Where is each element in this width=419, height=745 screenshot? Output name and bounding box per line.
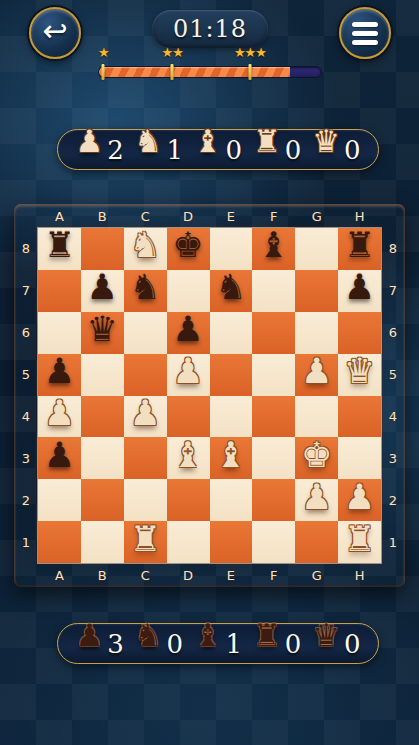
coord-label: 7 xyxy=(14,270,38,312)
progress-tick xyxy=(248,64,251,80)
tray-group-bishop: ♝0 xyxy=(194,135,242,165)
tray-piece-white-pawn: ♟ xyxy=(75,126,103,157)
piece-black-bishop: ♝ xyxy=(258,228,289,263)
square-d3[interactable]: ♝ xyxy=(167,437,210,479)
square-c3[interactable] xyxy=(124,437,167,479)
coord-label: C xyxy=(124,563,167,587)
coord-label: G xyxy=(295,204,338,228)
tray-piece-black-pawn: ♟ xyxy=(75,620,103,651)
square-f5[interactable] xyxy=(252,354,295,396)
square-b3[interactable] xyxy=(81,437,124,479)
file-labels-top: ABCDEFGH xyxy=(38,204,381,228)
square-f3[interactable] xyxy=(252,437,295,479)
square-e1[interactable] xyxy=(210,521,253,563)
square-g3[interactable]: ♚ xyxy=(295,437,338,479)
tray-count-bishop: 0 xyxy=(226,135,243,165)
piece-white-bishop: ♝ xyxy=(172,438,203,473)
square-c6[interactable] xyxy=(124,312,167,354)
square-a6[interactable] xyxy=(38,312,81,354)
coord-label: C xyxy=(124,204,167,228)
file-labels-bottom: ABCDEFGH xyxy=(38,563,381,587)
coord-label: 5 xyxy=(381,354,405,396)
square-b6[interactable]: ♛ xyxy=(81,312,124,354)
capture-tray-white: ♟2♞1♝0♜0♛0 xyxy=(57,129,379,170)
tray-group-knight: ♞1 xyxy=(135,135,183,165)
tray-piece-white-knight: ♞ xyxy=(135,126,163,157)
tray-group-rook: ♜0 xyxy=(253,135,301,165)
piece-white-rook: ♜ xyxy=(129,522,160,557)
square-h2[interactable]: ♟ xyxy=(338,479,381,521)
coord-label: 8 xyxy=(14,228,38,270)
coord-label: 3 xyxy=(381,437,405,479)
rank-labels-left: 87654321 xyxy=(14,228,38,563)
square-g6[interactable] xyxy=(295,312,338,354)
square-a8[interactable]: ♜ xyxy=(38,228,81,270)
tray-piece-black-bishop: ♝ xyxy=(194,620,222,651)
tray-group-queen: ♛0 xyxy=(312,629,360,659)
tray-piece-black-queen: ♛ xyxy=(312,620,340,651)
piece-black-queen: ♛ xyxy=(87,312,118,347)
progress-track xyxy=(99,67,321,77)
coord-label: 2 xyxy=(381,479,405,521)
tray-piece-white-rook: ♜ xyxy=(253,126,281,157)
square-a3[interactable]: ♟ xyxy=(38,437,81,479)
tray-count-knight: 1 xyxy=(166,135,183,165)
tray-group-queen: ♛0 xyxy=(312,135,360,165)
square-a4[interactable]: ♟ xyxy=(38,396,81,438)
square-d6[interactable]: ♟ xyxy=(167,312,210,354)
square-e5[interactable] xyxy=(210,354,253,396)
square-d5[interactable]: ♟ xyxy=(167,354,210,396)
square-e7[interactable]: ♞ xyxy=(210,270,253,312)
tray-count-pawn: 3 xyxy=(107,629,124,659)
piece-white-pawn: ♟ xyxy=(301,354,332,389)
tray-count-queen: 0 xyxy=(344,629,361,659)
piece-black-rook: ♜ xyxy=(344,228,375,263)
square-h3[interactable] xyxy=(338,437,381,479)
tray-piece-black-rook: ♜ xyxy=(253,620,281,651)
coord-label: 2 xyxy=(14,479,38,521)
progress-fill xyxy=(99,67,290,77)
square-h7[interactable]: ♟ xyxy=(338,270,381,312)
square-b4[interactable] xyxy=(81,396,124,438)
square-f4[interactable] xyxy=(252,396,295,438)
square-d4[interactable] xyxy=(167,396,210,438)
square-f7[interactable] xyxy=(252,270,295,312)
coord-label: E xyxy=(210,563,253,587)
piece-black-pawn: ♟ xyxy=(87,270,118,305)
app-screen: ↩ 01:18 ★★★★★★ ♟2♞1♝0♜0♛0 ABCDEFGH ABCDE… xyxy=(0,0,419,745)
square-h8[interactable]: ♜ xyxy=(338,228,381,270)
piece-white-bishop: ♝ xyxy=(215,438,246,473)
tray-piece-white-queen: ♛ xyxy=(312,126,340,157)
tray-group-pawn: ♟3 xyxy=(75,629,123,659)
coord-label: 1 xyxy=(381,521,405,563)
square-b5[interactable] xyxy=(81,354,124,396)
square-d1[interactable] xyxy=(167,521,210,563)
square-f8[interactable]: ♝ xyxy=(252,228,295,270)
square-h1[interactable]: ♜ xyxy=(338,521,381,563)
coord-label: 6 xyxy=(14,312,38,354)
capture-tray-black: ♟3♞0♝1♜0♛0 xyxy=(57,623,379,664)
coord-label: A xyxy=(38,563,81,587)
coord-label: 4 xyxy=(381,396,405,438)
piece-white-pawn: ♟ xyxy=(129,396,160,431)
timer: 01:18 xyxy=(152,10,268,48)
piece-white-king: ♚ xyxy=(301,438,332,473)
hamburger-icon xyxy=(352,22,378,45)
back-arrow-icon: ↩ xyxy=(42,16,67,46)
square-e4[interactable] xyxy=(210,396,253,438)
piece-black-pawn: ♟ xyxy=(344,270,375,305)
square-c8[interactable]: ♞ xyxy=(124,228,167,270)
coord-label: 5 xyxy=(14,354,38,396)
coord-label: 3 xyxy=(14,437,38,479)
square-h4[interactable] xyxy=(338,396,381,438)
square-h6[interactable] xyxy=(338,312,381,354)
back-button[interactable]: ↩ xyxy=(29,7,81,59)
square-a7[interactable] xyxy=(38,270,81,312)
tray-group-knight: ♞0 xyxy=(135,629,183,659)
square-g4[interactable] xyxy=(295,396,338,438)
square-g5[interactable]: ♟ xyxy=(295,354,338,396)
star-milestone-1: ★ xyxy=(98,45,109,60)
square-e6[interactable] xyxy=(210,312,253,354)
piece-white-pawn: ♟ xyxy=(344,480,375,515)
square-d2[interactable] xyxy=(167,479,210,521)
coord-label: B xyxy=(81,204,124,228)
timer-value: 01:18 xyxy=(173,15,247,43)
square-f1[interactable] xyxy=(252,521,295,563)
square-g1[interactable] xyxy=(295,521,338,563)
progress-tick xyxy=(102,64,105,80)
piece-white-pawn: ♟ xyxy=(301,480,332,515)
tray-group-rook: ♜0 xyxy=(253,629,301,659)
piece-black-pawn: ♟ xyxy=(44,438,75,473)
star-milestone-3: ★★★ xyxy=(234,45,266,60)
piece-black-pawn: ♟ xyxy=(172,312,203,347)
square-g7[interactable] xyxy=(295,270,338,312)
tray-count-queen: 0 xyxy=(344,135,361,165)
square-d7[interactable] xyxy=(167,270,210,312)
piece-black-knight: ♞ xyxy=(129,270,160,305)
square-f6[interactable] xyxy=(252,312,295,354)
tray-piece-white-bishop: ♝ xyxy=(194,126,222,157)
square-c1[interactable]: ♜ xyxy=(124,521,167,563)
square-b1[interactable] xyxy=(81,521,124,563)
coord-label: D xyxy=(167,204,210,228)
square-e3[interactable]: ♝ xyxy=(210,437,253,479)
tray-count-pawn: 2 xyxy=(107,135,124,165)
piece-black-rook: ♜ xyxy=(44,228,75,263)
tray-group-bishop: ♝1 xyxy=(194,629,242,659)
progress-bar: ★★★★★★ xyxy=(99,49,321,79)
square-g8[interactable] xyxy=(295,228,338,270)
star-milestone-2: ★★ xyxy=(162,45,183,60)
square-f2[interactable] xyxy=(252,479,295,521)
board-squares: ♜♞♚♝♜♟♞♞♟♛♟♟♟♟♛♟♟♟♝♝♚♟♟♜♜ xyxy=(38,228,381,563)
piece-white-knight: ♞ xyxy=(129,228,160,263)
piece-white-queen: ♛ xyxy=(344,354,375,389)
coord-label: A xyxy=(38,204,81,228)
progress-tick xyxy=(171,64,174,80)
square-b7[interactable]: ♟ xyxy=(81,270,124,312)
piece-black-pawn: ♟ xyxy=(44,354,75,389)
square-a2[interactable] xyxy=(38,479,81,521)
square-a1[interactable] xyxy=(38,521,81,563)
coord-label: 1 xyxy=(14,521,38,563)
coord-label: 6 xyxy=(381,312,405,354)
coord-label: 7 xyxy=(381,270,405,312)
coord-label: F xyxy=(252,563,295,587)
square-d8[interactable]: ♚ xyxy=(167,228,210,270)
square-g2[interactable]: ♟ xyxy=(295,479,338,521)
menu-button[interactable] xyxy=(339,7,391,59)
coord-label: E xyxy=(210,204,253,228)
square-e2[interactable] xyxy=(210,479,253,521)
tray-count-rook: 0 xyxy=(285,629,302,659)
tray-count-rook: 0 xyxy=(285,135,302,165)
coord-label: B xyxy=(81,563,124,587)
square-c4[interactable]: ♟ xyxy=(124,396,167,438)
piece-white-rook: ♜ xyxy=(344,522,375,557)
tray-piece-black-knight: ♞ xyxy=(135,620,163,651)
square-c2[interactable] xyxy=(124,479,167,521)
coord-label: 8 xyxy=(381,228,405,270)
piece-black-knight: ♞ xyxy=(215,270,246,305)
square-b2[interactable] xyxy=(81,479,124,521)
tray-count-knight: 0 xyxy=(166,629,183,659)
coord-label: D xyxy=(167,563,210,587)
piece-black-king: ♚ xyxy=(172,228,203,263)
coord-label: H xyxy=(338,563,381,587)
coord-label: 4 xyxy=(14,396,38,438)
square-b8[interactable] xyxy=(81,228,124,270)
coord-label: G xyxy=(295,563,338,587)
tray-group-pawn: ♟2 xyxy=(75,135,123,165)
square-c7[interactable]: ♞ xyxy=(124,270,167,312)
piece-white-pawn: ♟ xyxy=(172,354,203,389)
coord-label: H xyxy=(338,204,381,228)
square-c5[interactable] xyxy=(124,354,167,396)
tray-count-bishop: 1 xyxy=(226,629,243,659)
square-e8[interactable] xyxy=(210,228,253,270)
square-h5[interactable]: ♛ xyxy=(338,354,381,396)
piece-white-pawn: ♟ xyxy=(44,396,75,431)
square-a5[interactable]: ♟ xyxy=(38,354,81,396)
coord-label: F xyxy=(252,204,295,228)
chess-board: ABCDEFGH ABCDEFGH 87654321 87654321 ♜♞♚♝… xyxy=(14,204,405,587)
rank-labels-right: 87654321 xyxy=(381,228,405,563)
